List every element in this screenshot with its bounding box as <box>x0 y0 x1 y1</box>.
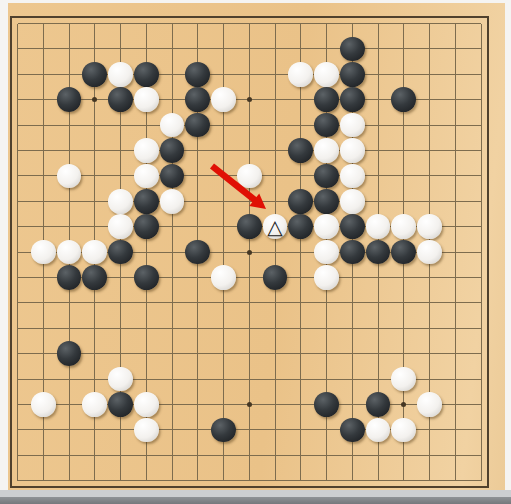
grid-line-horizontal <box>18 353 482 354</box>
stone-black[interactable] <box>288 138 313 163</box>
stone-black[interactable] <box>288 214 313 239</box>
stone-white[interactable] <box>340 138 365 163</box>
stone-black[interactable] <box>391 87 416 112</box>
stone-white[interactable] <box>366 418 391 443</box>
stone-black[interactable] <box>82 62 107 87</box>
stone-white[interactable] <box>134 392 159 417</box>
stone-black[interactable] <box>314 164 339 189</box>
stone-white[interactable] <box>366 214 391 239</box>
stone-black[interactable] <box>340 240 365 265</box>
stone-black[interactable] <box>108 240 133 265</box>
stone-white[interactable] <box>391 214 416 239</box>
stone-white[interactable] <box>134 418 159 443</box>
stone-white[interactable] <box>134 138 159 163</box>
stone-white[interactable] <box>340 164 365 189</box>
stone-white[interactable] <box>57 164 82 189</box>
stone-white[interactable] <box>82 392 107 417</box>
stone-white[interactable] <box>31 392 56 417</box>
stone-black[interactable] <box>391 240 416 265</box>
right-margin <box>505 0 511 504</box>
grid-line-vertical <box>275 24 276 481</box>
stone-black[interactable] <box>314 87 339 112</box>
stone-black[interactable] <box>366 240 391 265</box>
bottom-bar-light <box>0 490 511 497</box>
stone-black[interactable] <box>160 164 185 189</box>
stone-white[interactable] <box>417 392 442 417</box>
stone-white[interactable] <box>108 214 133 239</box>
grid-line-vertical <box>455 24 456 481</box>
stone-white[interactable] <box>314 265 339 290</box>
stone-black[interactable] <box>134 214 159 239</box>
stone-black[interactable] <box>185 87 210 112</box>
star-point <box>247 97 252 102</box>
stone-white[interactable] <box>211 265 236 290</box>
stone-black[interactable] <box>134 189 159 214</box>
stone-white[interactable] <box>314 214 339 239</box>
stone-white[interactable] <box>108 367 133 392</box>
stone-black[interactable] <box>185 113 210 138</box>
stone-black[interactable] <box>57 341 82 366</box>
stone-black[interactable] <box>82 265 107 290</box>
stone-black[interactable] <box>314 392 339 417</box>
star-point <box>92 97 97 102</box>
stone-black[interactable] <box>134 62 159 87</box>
stone-white[interactable] <box>108 62 133 87</box>
grid-line-vertical <box>481 24 482 481</box>
star-point <box>401 402 406 407</box>
star-point <box>247 250 252 255</box>
grid-line-horizontal <box>18 480 482 481</box>
stone-black[interactable] <box>57 87 82 112</box>
stone-black[interactable] <box>340 37 365 62</box>
star-point <box>247 402 252 407</box>
stone-white[interactable] <box>417 214 442 239</box>
stone-white[interactable] <box>57 240 82 265</box>
stone-white[interactable] <box>134 164 159 189</box>
stone-black[interactable] <box>108 392 133 417</box>
stone-white[interactable] <box>314 138 339 163</box>
stone-white[interactable] <box>31 240 56 265</box>
grid-line-horizontal <box>18 455 482 456</box>
go-board[interactable]: △ <box>8 3 505 490</box>
top-margin <box>0 0 511 3</box>
stone-black[interactable] <box>237 214 262 239</box>
stone-black[interactable] <box>340 214 365 239</box>
bottom-bar-dark <box>0 497 511 504</box>
stone-black[interactable] <box>340 87 365 112</box>
stone-black[interactable] <box>108 87 133 112</box>
stone-white[interactable] <box>134 87 159 112</box>
grid-line-horizontal <box>18 328 482 329</box>
stone-white[interactable] <box>340 113 365 138</box>
stone-white[interactable] <box>391 418 416 443</box>
stone-black[interactable] <box>340 418 365 443</box>
stone-white[interactable] <box>314 62 339 87</box>
stone-black[interactable] <box>288 189 313 214</box>
stone-black[interactable] <box>211 418 236 443</box>
stone-white[interactable] <box>391 367 416 392</box>
grid-line-vertical <box>300 24 301 481</box>
stone-white[interactable] <box>340 189 365 214</box>
stone-white[interactable] <box>160 189 185 214</box>
stone-white[interactable]: △ <box>263 214 288 239</box>
screenshot: △ <box>0 0 511 504</box>
stone-white[interactable] <box>108 189 133 214</box>
stone-black[interactable] <box>185 62 210 87</box>
stone-white[interactable] <box>160 113 185 138</box>
stone-black[interactable] <box>160 138 185 163</box>
stone-black[interactable] <box>314 189 339 214</box>
stone-black[interactable] <box>314 113 339 138</box>
stone-black[interactable] <box>263 265 288 290</box>
stone-white[interactable] <box>82 240 107 265</box>
grid-line-horizontal <box>18 302 482 303</box>
stone-white[interactable] <box>237 164 262 189</box>
stone-white[interactable] <box>417 240 442 265</box>
stone-black[interactable] <box>57 265 82 290</box>
left-margin <box>0 0 8 504</box>
stone-black[interactable] <box>340 62 365 87</box>
stone-black[interactable] <box>134 265 159 290</box>
stone-black[interactable] <box>185 240 210 265</box>
stone-white[interactable] <box>288 62 313 87</box>
stone-white[interactable] <box>211 87 236 112</box>
stone-black[interactable] <box>366 392 391 417</box>
triangle-marker: △ <box>263 214 288 239</box>
stone-white[interactable] <box>314 240 339 265</box>
